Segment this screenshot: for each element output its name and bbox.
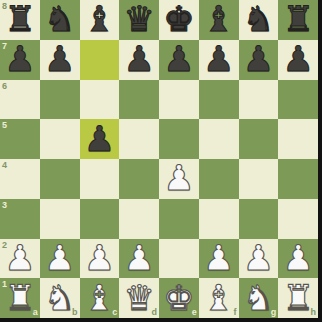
black-pawn-piece[interactable]: ♟ bbox=[203, 41, 234, 76]
square-b2[interactable]: ♟ bbox=[40, 239, 80, 279]
rank-label-8: 8 bbox=[2, 2, 7, 11]
white-pawn-piece[interactable]: ♟ bbox=[203, 240, 234, 275]
square-h8[interactable]: ♜ bbox=[278, 0, 318, 40]
file-label-h: h bbox=[311, 308, 317, 317]
square-f1[interactable]: f♝ bbox=[199, 278, 239, 318]
square-h5[interactable] bbox=[278, 119, 318, 159]
white-king-piece[interactable]: ♚ bbox=[163, 280, 194, 315]
square-h7[interactable]: ♟ bbox=[278, 40, 318, 80]
square-e4[interactable]: ♟ bbox=[159, 159, 199, 199]
square-e2[interactable] bbox=[159, 239, 199, 279]
square-b5[interactable] bbox=[40, 119, 80, 159]
white-pawn-piece[interactable]: ♟ bbox=[4, 240, 35, 275]
square-f8[interactable]: ♝ bbox=[199, 0, 239, 40]
file-label-g: g bbox=[271, 308, 277, 317]
black-pawn-piece[interactable]: ♟ bbox=[123, 41, 154, 76]
square-f6[interactable] bbox=[199, 80, 239, 120]
square-f2[interactable]: ♟ bbox=[199, 239, 239, 279]
white-pawn-piece[interactable]: ♟ bbox=[123, 240, 154, 275]
square-b4[interactable] bbox=[40, 159, 80, 199]
square-e8[interactable]: ♚ bbox=[159, 0, 199, 40]
white-bishop-piece[interactable]: ♝ bbox=[203, 280, 234, 315]
file-label-b: b bbox=[72, 308, 78, 317]
white-rook-piece[interactable]: ♜ bbox=[4, 280, 35, 315]
square-g2[interactable]: ♟ bbox=[239, 239, 279, 279]
square-b6[interactable] bbox=[40, 80, 80, 120]
black-pawn-piece[interactable]: ♟ bbox=[282, 41, 313, 76]
square-b8[interactable]: ♞ bbox=[40, 0, 80, 40]
square-h4[interactable] bbox=[278, 159, 318, 199]
square-c4[interactable] bbox=[80, 159, 120, 199]
screen-edge-bottom bbox=[0, 318, 322, 322]
white-rook-piece[interactable]: ♜ bbox=[282, 280, 313, 315]
square-a7[interactable]: 7♟ bbox=[0, 40, 40, 80]
white-pawn-piece[interactable]: ♟ bbox=[243, 240, 274, 275]
square-c1[interactable]: c♝ bbox=[80, 278, 120, 318]
black-pawn-piece[interactable]: ♟ bbox=[243, 41, 274, 76]
square-g4[interactable] bbox=[239, 159, 279, 199]
file-label-d: d bbox=[152, 308, 158, 317]
square-g7[interactable]: ♟ bbox=[239, 40, 279, 80]
white-queen-piece[interactable]: ♛ bbox=[123, 280, 154, 315]
square-a8[interactable]: 8♜ bbox=[0, 0, 40, 40]
white-knight-piece[interactable]: ♞ bbox=[44, 280, 75, 315]
black-queen-piece[interactable]: ♛ bbox=[123, 1, 154, 36]
square-g5[interactable] bbox=[239, 119, 279, 159]
rank-label-2: 2 bbox=[2, 241, 7, 250]
square-d1[interactable]: d♛ bbox=[119, 278, 159, 318]
square-b7[interactable]: ♟ bbox=[40, 40, 80, 80]
square-e1[interactable]: e♚ bbox=[159, 278, 199, 318]
square-e6[interactable] bbox=[159, 80, 199, 120]
square-d5[interactable] bbox=[119, 119, 159, 159]
square-d3[interactable] bbox=[119, 199, 159, 239]
square-e7[interactable]: ♟ bbox=[159, 40, 199, 80]
square-c6[interactable] bbox=[80, 80, 120, 120]
black-rook-piece[interactable]: ♜ bbox=[282, 1, 313, 36]
square-d6[interactable] bbox=[119, 80, 159, 120]
black-pawn-piece[interactable]: ♟ bbox=[84, 121, 115, 156]
rank-label-3: 3 bbox=[2, 201, 7, 210]
file-label-c: c bbox=[112, 308, 117, 317]
square-c7[interactable] bbox=[80, 40, 120, 80]
file-label-a: a bbox=[33, 308, 38, 317]
black-pawn-piece[interactable]: ♟ bbox=[4, 41, 35, 76]
square-d4[interactable] bbox=[119, 159, 159, 199]
chess-board-screenshot: 8♜♞♝♛♚♝♞♜7♟♟♟♟♟♟♟65♟4♟32♟♟♟♟♟♟♟1a♜b♞c♝d♛… bbox=[0, 0, 322, 322]
white-knight-piece[interactable]: ♞ bbox=[243, 280, 274, 315]
square-d8[interactable]: ♛ bbox=[119, 0, 159, 40]
square-c8[interactable]: ♝ bbox=[80, 0, 120, 40]
square-b3[interactable] bbox=[40, 199, 80, 239]
black-bishop-piece[interactable]: ♝ bbox=[84, 1, 115, 36]
square-a6[interactable]: 6 bbox=[0, 80, 40, 120]
square-h1[interactable]: h♜ bbox=[278, 278, 318, 318]
square-a2[interactable]: 2♟ bbox=[0, 239, 40, 279]
square-a1[interactable]: 1a♜ bbox=[0, 278, 40, 318]
square-c5[interactable]: ♟ bbox=[80, 119, 120, 159]
square-f3[interactable] bbox=[199, 199, 239, 239]
square-b1[interactable]: b♞ bbox=[40, 278, 80, 318]
rank-label-5: 5 bbox=[2, 121, 7, 130]
file-label-e: e bbox=[192, 308, 197, 317]
square-a4[interactable]: 4 bbox=[0, 159, 40, 199]
rank-label-1: 1 bbox=[2, 280, 7, 289]
white-pawn-piece[interactable]: ♟ bbox=[163, 160, 194, 195]
black-pawn-piece[interactable]: ♟ bbox=[163, 41, 194, 76]
square-g3[interactable] bbox=[239, 199, 279, 239]
square-g8[interactable]: ♞ bbox=[239, 0, 279, 40]
rank-label-4: 4 bbox=[2, 161, 7, 170]
square-d7[interactable]: ♟ bbox=[119, 40, 159, 80]
square-f4[interactable] bbox=[199, 159, 239, 199]
black-knight-piece[interactable]: ♞ bbox=[243, 1, 274, 36]
rank-label-6: 6 bbox=[2, 82, 7, 91]
square-g1[interactable]: g♞ bbox=[239, 278, 279, 318]
square-h6[interactable] bbox=[278, 80, 318, 120]
square-h3[interactable] bbox=[278, 199, 318, 239]
square-e3[interactable] bbox=[159, 199, 199, 239]
chess-board[interactable]: 8♜♞♝♛♚♝♞♜7♟♟♟♟♟♟♟65♟4♟32♟♟♟♟♟♟♟1a♜b♞c♝d♛… bbox=[0, 0, 318, 318]
rank-label-7: 7 bbox=[2, 42, 7, 51]
square-c2[interactable]: ♟ bbox=[80, 239, 120, 279]
square-f5[interactable] bbox=[199, 119, 239, 159]
black-knight-piece[interactable]: ♞ bbox=[44, 1, 75, 36]
screen-edge-right bbox=[318, 0, 322, 322]
white-pawn-piece[interactable]: ♟ bbox=[282, 240, 313, 275]
black-rook-piece[interactable]: ♜ bbox=[4, 1, 35, 36]
square-h2[interactable]: ♟ bbox=[278, 239, 318, 279]
square-g6[interactable] bbox=[239, 80, 279, 120]
square-c3[interactable] bbox=[80, 199, 120, 239]
square-a3[interactable]: 3 bbox=[0, 199, 40, 239]
square-d2[interactable]: ♟ bbox=[119, 239, 159, 279]
white-pawn-piece[interactable]: ♟ bbox=[84, 240, 115, 275]
white-bishop-piece[interactable]: ♝ bbox=[84, 280, 115, 315]
white-pawn-piece[interactable]: ♟ bbox=[44, 240, 75, 275]
square-e5[interactable] bbox=[159, 119, 199, 159]
square-f7[interactable]: ♟ bbox=[199, 40, 239, 80]
black-bishop-piece[interactable]: ♝ bbox=[203, 1, 234, 36]
black-king-piece[interactable]: ♚ bbox=[163, 1, 194, 36]
black-pawn-piece[interactable]: ♟ bbox=[44, 41, 75, 76]
file-label-f: f bbox=[234, 308, 237, 317]
square-a5[interactable]: 5 bbox=[0, 119, 40, 159]
